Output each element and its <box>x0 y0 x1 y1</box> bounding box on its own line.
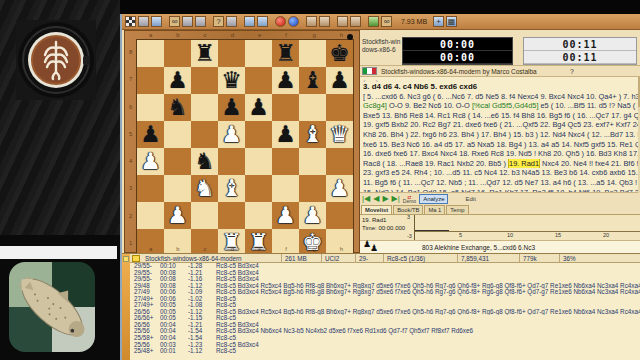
demo-button[interactable]: ⇄ Demo <box>403 195 416 204</box>
book-icon[interactable]: ? <box>213 16 224 27</box>
engine-status-bar: Stockfish-windows-x86-64-modern 261 MB U… <box>130 254 640 263</box>
engine-status-icon <box>132 255 140 262</box>
notation-line[interactable]: fxe6 15. Be3 Nc6 16. a4 d5 17. a5 Nxa5 1… <box>363 140 640 150</box>
fish-app-icon <box>9 262 95 352</box>
square-d2[interactable] <box>218 202 245 229</box>
white-p-piece: ♟ <box>167 204 188 227</box>
square-a7[interactable] <box>137 67 164 94</box>
engine-clock-display: 00:00 00:00 <box>402 37 513 65</box>
white-b-piece: ♝ <box>221 177 242 200</box>
aux-clock-display: 00:11 00:11 <box>523 37 637 65</box>
time-label: Time: 00:00.000 <box>362 224 414 232</box>
black-p-piece: ♟ <box>167 69 188 92</box>
go-end-button[interactable]: ▶| <box>392 194 400 204</box>
tab-book-tb[interactable]: Book/TB <box>393 205 423 214</box>
engine-side-strip[interactable] <box>122 254 130 360</box>
players-pair2-icon[interactable] <box>319 16 330 27</box>
y-bottom-label: -3 <box>407 233 412 239</box>
tournament-icon[interactable] <box>337 16 348 27</box>
notation-line[interactable]: Gc8g4] O-O 9. Be2 Nc6 10. O-O [%cal Gd5f… <box>363 101 640 111</box>
x-tick-20: 20 <box>603 232 609 238</box>
eval-graph: 19. Rad1 Time: 00:00.000 3 -3 5101520 <box>360 215 640 240</box>
square-h5[interactable]: ♛ <box>326 121 353 148</box>
black-n-piece: ♞ <box>194 150 215 173</box>
tab-movelist[interactable]: Movelist <box>361 205 392 214</box>
file-label-g: g <box>313 246 316 252</box>
square-a6[interactable] <box>137 94 164 121</box>
black-r-piece: ♜ <box>275 42 296 65</box>
square-d4[interactable] <box>218 148 245 175</box>
teams-icon[interactable] <box>350 16 361 27</box>
screen: ∞?∞7.93 MB+▦ ♜♜♚♟♛♟♝♟♞♟♟♟♟♟♝♛♟♞♞♝♟♟♟♟♜♜♚… <box>0 0 640 360</box>
engine-name: Stockfish-windows-x86-64-modern <box>142 254 282 263</box>
file-label-e: e <box>258 246 261 252</box>
engine-credit-row: Stockfish-windows-x86-64-modern by Marco… <box>360 65 640 77</box>
setup-position-icon[interactable] <box>138 16 149 27</box>
notation-line[interactable]: 3. d4 d6 4. c4 Nb6 5. exd6 cxd6 <box>363 82 640 92</box>
square-e6[interactable]: ♟ <box>245 94 272 121</box>
square-g3[interactable] <box>299 175 326 202</box>
rank-label-2: 2 <box>129 213 132 219</box>
square-e4[interactable] <box>245 148 272 175</box>
file-label-b: b <box>176 32 179 38</box>
black-p-piece: ♟ <box>275 123 296 146</box>
white-q-piece: ♛ <box>329 123 350 146</box>
black-q-piece: ♛ <box>221 69 242 92</box>
file-label-a: a <box>149 246 152 252</box>
engine-nodes: 7,859,431 <box>458 254 520 263</box>
square-a3[interactable] <box>137 175 164 202</box>
memory-indicator: 7.93 MB <box>401 18 427 25</box>
pv-moves: Rc8-c5 <box>216 348 640 355</box>
white-n-piece: ♞ <box>194 177 215 200</box>
book-hint: ? <box>570 68 574 75</box>
square-h2[interactable] <box>326 202 353 229</box>
rank-label-6: 6 <box>129 104 132 110</box>
engine-credit: Stockfish-windows-x86-64-modern by Marco… <box>381 68 537 75</box>
black-p-piece: ♟ <box>275 69 296 92</box>
tab-temp[interactable]: Temp <box>446 205 468 214</box>
navigation-row: |◀ ◀ ▶ ▶| ⇄ Demo Analyze Edit <box>360 193 640 205</box>
square-a8[interactable] <box>137 40 164 67</box>
file-label-e: e <box>258 32 261 38</box>
black-p-piece: ♟ <box>221 96 242 119</box>
square-a4[interactable]: ♟ <box>137 148 164 175</box>
engine-hash: 261 MB <box>282 254 322 263</box>
tab-ma-1[interactable]: Ma 1 <box>424 205 445 214</box>
italy-flag-icon <box>362 67 377 75</box>
notation-line[interactable]: 19. gxf5 Bxb2 20. Rc2 Bg7 21. dxe6 fxe6 … <box>363 120 640 130</box>
square-e7[interactable] <box>245 67 272 94</box>
engine-pv-row[interactable]: 25/48+00:01-1.12Rc8-c5 <box>130 348 640 355</box>
black-p-piece: ♟ <box>248 96 269 119</box>
square-h4[interactable] <box>326 148 353 175</box>
square-g4[interactable] <box>299 148 326 175</box>
file-label-h: h <box>340 32 343 38</box>
game-title: 803 Alekhine Exchange, 5...cxd6 6.Nc3 <box>422 244 535 251</box>
black-k-piece: ♚ <box>329 42 350 65</box>
file-label-b: b <box>176 246 179 252</box>
grid-icon[interactable]: ▦ <box>446 16 457 27</box>
infinite-analysis-icon[interactable]: ∞ <box>381 16 392 27</box>
side-to-move-indicator <box>347 34 353 40</box>
back-button[interactable]: ◀ <box>373 194 379 204</box>
square-f2[interactable]: ♟ <box>272 202 299 229</box>
engine-pv-list[interactable]: 29/55-00:10-1.28Rc8-c5 Bd3xc429/55-00:08… <box>130 263 640 360</box>
x-tick-10: 10 <box>507 232 513 238</box>
edit-label[interactable]: Edit <box>465 196 475 202</box>
glasses-icon[interactable]: ∞ <box>169 16 180 27</box>
eval-line <box>415 230 449 231</box>
square-c6[interactable] <box>191 94 218 121</box>
square-f6[interactable] <box>272 94 299 121</box>
background-window-edge <box>0 246 117 259</box>
engine-nps: 779k <box>520 254 560 263</box>
notation-pane[interactable]: ( ... )3. d4 d6 4. c4 Nb6 5. exd6 cxd6[ … <box>360 77 640 193</box>
square-f4[interactable] <box>272 148 299 175</box>
clock-engine-label: Stockfish-windows-x86-6 <box>362 38 402 64</box>
nature-icon[interactable] <box>368 16 379 27</box>
white-p-piece: ♟ <box>221 123 242 146</box>
square-e5[interactable] <box>245 121 272 148</box>
engine-hashfull: 36% <box>560 254 596 263</box>
file-label-h: h <box>340 246 343 252</box>
black-p-piece: ♟ <box>140 123 161 146</box>
file-label-g: g <box>313 32 316 38</box>
white-clock: 00:00 <box>403 38 512 51</box>
board-frame: ♜♜♚♟♛♟♝♟♞♟♟♟♟♟♝♛♟♞♞♝♟♟♟♟♜♜♚ aabbccddeeff… <box>124 30 360 253</box>
material-pawn-icon: ♟ <box>370 243 378 253</box>
black-clock: 00:00 <box>403 51 512 64</box>
notation-line[interactable]: Kh8 26. Bh4 ) 22. fxg6 h6 23. Bh4 ) 17. … <box>363 130 640 140</box>
arrow-icon[interactable] <box>226 16 237 27</box>
notation-line[interactable]: 11. Bg5 f6 ( 11. ...Qc7 12. Nb5 ; 11. ..… <box>363 178 640 188</box>
file-label-f: f <box>285 32 287 38</box>
board-icon[interactable] <box>125 16 136 27</box>
engine-protocol: UCI2 <box>322 254 356 263</box>
notation-line[interactable]: 23. gxf3 e5 24. Rh4 ; 10. ...d5 11. c5 N… <box>363 168 640 178</box>
coffee-photo <box>16 20 96 100</box>
square-d7[interactable]: ♛ <box>218 67 245 94</box>
right-panel: Stockfish-windows-x86-6 00:00 00:00 00:1… <box>360 30 640 253</box>
file-label-a: a <box>149 32 152 38</box>
square-c5[interactable] <box>191 121 218 148</box>
square-c3[interactable]: ♞ <box>191 175 218 202</box>
pv-depth: 25/48+ <box>130 348 160 355</box>
blue-ball-icon[interactable] <box>288 16 299 27</box>
square-c2[interactable] <box>191 202 218 229</box>
square-d5[interactable]: ♟ <box>218 121 245 148</box>
notation-line[interactable]: [ 5. ...cxd6 6. Nc3 g6 ( 6. ...Nc6 7. d5… <box>363 92 640 102</box>
desktop-background <box>0 0 120 360</box>
x-tick-5: 5 <box>459 232 462 238</box>
file-label-c: c <box>204 246 207 252</box>
square-b5[interactable] <box>164 121 191 148</box>
notation-line[interactable]: Rac8 ( 18. ...Rae8 19. Rac1 Nxb2 20. Bb5… <box>363 159 640 169</box>
toolbar: ∞?∞7.93 MB+▦ <box>122 14 640 30</box>
square-h7[interactable]: ♟ <box>326 67 353 94</box>
file-label-c: c <box>204 32 207 38</box>
square-g2[interactable]: ♟ <box>299 202 326 229</box>
black-aux-clock: 00:11 <box>524 51 636 64</box>
square-b8[interactable] <box>164 40 191 67</box>
engine-monitor-icon[interactable] <box>244 16 255 27</box>
square-e3[interactable] <box>245 175 272 202</box>
chess-board[interactable]: ♜♜♚♟♛♟♝♟♞♟♟♟♟♟♝♛♟♞♞♝♟♟♟♟♜♜♚ <box>136 39 354 257</box>
square-c8[interactable]: ♜ <box>191 40 218 67</box>
save-game-icon[interactable] <box>151 16 162 27</box>
pv-time: 00:01 <box>160 348 188 355</box>
square-g5[interactable]: ♝ <box>299 121 326 148</box>
square-a5[interactable]: ♟ <box>137 121 164 148</box>
square-d3[interactable]: ♝ <box>218 175 245 202</box>
notation-line[interactable]: Bxe5 13. Bh6 Re8 14. Rc1 Rc8 ( 14. ...e6… <box>363 111 640 121</box>
white-p-piece: ♟ <box>140 150 161 173</box>
square-g8[interactable] <box>299 40 326 67</box>
square-e2[interactable] <box>245 202 272 229</box>
rank-label-3: 3 <box>129 185 132 191</box>
square-c7[interactable] <box>191 67 218 94</box>
square-g6[interactable] <box>299 94 326 121</box>
black-r-piece: ♜ <box>194 42 215 65</box>
square-h6[interactable] <box>326 94 353 121</box>
analyze-button[interactable]: Analyze <box>419 194 448 204</box>
rank-label-7: 7 <box>129 76 132 82</box>
rank-label-5: 5 <box>129 131 132 137</box>
go-start-button[interactable]: |◀ <box>362 194 370 204</box>
square-b3[interactable] <box>164 175 191 202</box>
white-b-piece: ♝ <box>302 123 323 146</box>
square-b2[interactable]: ♟ <box>164 202 191 229</box>
engine-current-move: Rc8-c5 (1/36) <box>384 254 458 263</box>
highlighted-move[interactable]: 19. Rad1 <box>508 159 540 169</box>
x-tick-15: 15 <box>555 232 561 238</box>
square-c4[interactable]: ♞ <box>191 148 218 175</box>
square-d8[interactable] <box>218 40 245 67</box>
eval-graph-axis: 3 -3 5101520 <box>414 215 640 240</box>
rank-label-1: 1 <box>129 240 132 246</box>
square-b4[interactable] <box>164 148 191 175</box>
pieces-icon[interactable] <box>182 16 193 27</box>
square-e8[interactable] <box>245 40 272 67</box>
blue-plus-icon[interactable]: + <box>433 16 444 27</box>
engine-depth: 29- <box>356 254 384 263</box>
square-b7[interactable]: ♟ <box>164 67 191 94</box>
game-info-row: ♟ ♟ 803 Alekhine Exchange, 5...cxd6 6.Nc… <box>360 240 640 253</box>
square-f3[interactable] <box>272 175 299 202</box>
square-h8[interactable]: ♚ <box>326 40 353 67</box>
file-label-f: f <box>285 246 287 252</box>
black-n-piece: ♞ <box>167 96 188 119</box>
white-p-piece: ♟ <box>329 177 350 200</box>
file-label-d: d <box>231 246 234 252</box>
white-p-piece: ♟ <box>302 204 323 227</box>
square-b6[interactable]: ♞ <box>164 94 191 121</box>
pv-score: -1.12 <box>188 348 216 355</box>
black-b-piece: ♝ <box>302 69 323 92</box>
rank-label-8: 8 <box>129 49 132 55</box>
tabs-row: MovelistBook/TBMa 1Temp <box>360 205 640 215</box>
square-a2[interactable] <box>137 202 164 229</box>
white-aux-clock: 00:11 <box>524 38 636 51</box>
square-h3[interactable]: ♟ <box>326 175 353 202</box>
square-d6[interactable]: ♟ <box>218 94 245 121</box>
players-pair-icon[interactable] <box>306 16 317 27</box>
engine-output-panel: Stockfish-windows-x86-64-modern 261 MB U… <box>122 253 640 360</box>
square-f8[interactable]: ♜ <box>272 40 299 67</box>
chess-gui-window: ∞?∞7.93 MB+▦ ♜♜♚♟♛♟♝♟♞♟♟♟♟♟♝♛♟♞♞♝♟♟♟♟♜♜♚… <box>120 14 640 360</box>
white-p-piece: ♟ <box>275 204 296 227</box>
file-label-d: d <box>231 32 234 38</box>
square-f7[interactable]: ♟ <box>272 67 299 94</box>
square-g7[interactable]: ♝ <box>299 67 326 94</box>
notation-line[interactable]: 16. dxe6 fxe6 17. Bxc4 Nxc4 18. Rxe6 Rc8… <box>363 149 640 159</box>
clock-icon[interactable] <box>195 16 206 27</box>
engine-strip-icon <box>123 256 129 262</box>
engine-monitor2-icon[interactable] <box>257 16 268 27</box>
forward-button[interactable]: ▶ <box>382 194 388 204</box>
square-f5[interactable]: ♟ <box>272 121 299 148</box>
rank-label-4: 4 <box>129 158 132 164</box>
red-ball-icon[interactable] <box>275 16 286 27</box>
y-top-label: 3 <box>407 214 410 220</box>
black-p-piece: ♟ <box>329 69 350 92</box>
